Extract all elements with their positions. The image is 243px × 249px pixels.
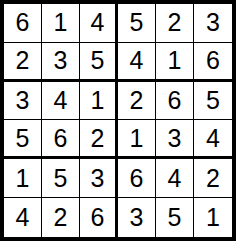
grid-cell-r5c4[interactable]: 6: [118, 159, 156, 198]
grid-cell-r1c6[interactable]: 3: [194, 4, 232, 43]
grid-cell-r2c4[interactable]: 4: [118, 43, 156, 82]
grid-cell-r5c2[interactable]: 5: [42, 159, 80, 198]
grid-cell-r6c5[interactable]: 5: [156, 198, 194, 237]
grid-cell-r1c4[interactable]: 5: [118, 4, 156, 43]
grid-cell-r4c4[interactable]: 1: [118, 120, 156, 159]
grid-cell-r2c1[interactable]: 2: [4, 43, 42, 82]
grid-cell-r1c3[interactable]: 4: [80, 4, 118, 43]
grid-cell-r5c3[interactable]: 3: [80, 159, 118, 198]
grid-cell-r3c4[interactable]: 2: [118, 82, 156, 121]
grid-cell-r6c3[interactable]: 6: [80, 198, 118, 237]
grid-cell-r3c5[interactable]: 6: [156, 82, 194, 121]
grid-cell-r2c5[interactable]: 1: [156, 43, 194, 82]
sudoku-grid: 614523235416341265562134153642426351: [0, 0, 236, 241]
grid-cell-r6c6[interactable]: 1: [194, 198, 232, 237]
sudoku-puzzle: 614523235416341265562134153642426351: [0, 0, 243, 249]
grid-cell-r1c1[interactable]: 6: [4, 4, 42, 43]
grid-cell-r5c5[interactable]: 4: [156, 159, 194, 198]
grid-cell-r5c6[interactable]: 2: [194, 159, 232, 198]
grid-cell-r6c2[interactable]: 2: [42, 198, 80, 237]
grid-cell-r1c2[interactable]: 1: [42, 4, 80, 43]
grid-cell-r6c4[interactable]: 3: [118, 198, 156, 237]
grid-cell-r1c5[interactable]: 2: [156, 4, 194, 43]
grid-cell-r4c5[interactable]: 3: [156, 120, 194, 159]
grid-cell-r4c1[interactable]: 5: [4, 120, 42, 159]
grid-cell-r3c3[interactable]: 1: [80, 82, 118, 121]
grid-cell-r2c6[interactable]: 6: [194, 43, 232, 82]
grid-cell-r4c6[interactable]: 4: [194, 120, 232, 159]
grid-cell-r3c6[interactable]: 5: [194, 82, 232, 121]
grid-cell-r4c2[interactable]: 6: [42, 120, 80, 159]
grid-cell-r4c3[interactable]: 2: [80, 120, 118, 159]
grid-cell-r5c1[interactable]: 1: [4, 159, 42, 198]
grid-cell-r3c2[interactable]: 4: [42, 82, 80, 121]
grid-cell-r3c1[interactable]: 3: [4, 82, 42, 121]
grid-cell-r2c2[interactable]: 3: [42, 43, 80, 82]
grid-cell-r6c1[interactable]: 4: [4, 198, 42, 237]
grid-cell-r2c3[interactable]: 5: [80, 43, 118, 82]
